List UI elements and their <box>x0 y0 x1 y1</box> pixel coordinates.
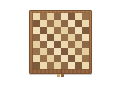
square-e4[interactable] <box>61 41 68 48</box>
square-g6[interactable] <box>75 27 82 34</box>
square-g8[interactable] <box>75 13 82 20</box>
square-g1[interactable] <box>75 62 82 69</box>
square-f2[interactable] <box>68 55 75 62</box>
square-h1[interactable] <box>82 62 89 69</box>
square-c1[interactable] <box>47 62 54 69</box>
square-h8[interactable] <box>82 13 89 20</box>
clasp-tab-right <box>61 74 64 77</box>
square-g5[interactable] <box>75 34 82 41</box>
square-b3[interactable] <box>40 48 47 55</box>
chessboard <box>29 10 92 74</box>
square-f4[interactable] <box>68 41 75 48</box>
square-b4[interactable] <box>40 41 47 48</box>
square-d5[interactable] <box>54 34 61 41</box>
square-e6[interactable] <box>61 27 68 34</box>
square-b2[interactable] <box>40 55 47 62</box>
square-a5[interactable] <box>33 34 40 41</box>
square-b1[interactable] <box>40 62 47 69</box>
square-d1[interactable] <box>54 62 61 69</box>
square-d2[interactable] <box>54 55 61 62</box>
square-d8[interactable] <box>54 13 61 20</box>
square-h3[interactable] <box>82 48 89 55</box>
square-g7[interactable] <box>75 20 82 27</box>
square-e5[interactable] <box>61 34 68 41</box>
square-g4[interactable] <box>75 41 82 48</box>
square-c7[interactable] <box>47 20 54 27</box>
square-a6[interactable] <box>33 27 40 34</box>
square-f6[interactable] <box>68 27 75 34</box>
square-c5[interactable] <box>47 34 54 41</box>
square-f7[interactable] <box>68 20 75 27</box>
square-b8[interactable] <box>40 13 47 20</box>
clasp-latch <box>57 74 64 77</box>
square-b6[interactable] <box>40 27 47 34</box>
square-f8[interactable] <box>68 13 75 20</box>
square-h7[interactable] <box>82 20 89 27</box>
square-f3[interactable] <box>68 48 75 55</box>
square-g2[interactable] <box>75 55 82 62</box>
background: { "game": "chess", "scene": "empty woode… <box>0 0 120 90</box>
square-h2[interactable] <box>82 55 89 62</box>
square-a3[interactable] <box>33 48 40 55</box>
square-a7[interactable] <box>33 20 40 27</box>
clasp-tab-left <box>57 74 60 77</box>
fold-seam <box>61 69 62 73</box>
square-h5[interactable] <box>82 34 89 41</box>
square-h4[interactable] <box>82 41 89 48</box>
square-e3[interactable] <box>61 48 68 55</box>
square-c3[interactable] <box>47 48 54 55</box>
square-f5[interactable] <box>68 34 75 41</box>
square-g3[interactable] <box>75 48 82 55</box>
square-c8[interactable] <box>47 13 54 20</box>
square-e8[interactable] <box>61 13 68 20</box>
square-c6[interactable] <box>47 27 54 34</box>
square-a4[interactable] <box>33 41 40 48</box>
square-e1[interactable] <box>61 62 68 69</box>
square-c4[interactable] <box>47 41 54 48</box>
square-c2[interactable] <box>47 55 54 62</box>
square-d7[interactable] <box>54 20 61 27</box>
square-a2[interactable] <box>33 55 40 62</box>
square-a1[interactable] <box>33 62 40 69</box>
square-e2[interactable] <box>61 55 68 62</box>
board-grid <box>33 13 89 69</box>
square-h6[interactable] <box>82 27 89 34</box>
square-b5[interactable] <box>40 34 47 41</box>
square-e7[interactable] <box>61 20 68 27</box>
square-a8[interactable] <box>33 13 40 20</box>
square-d3[interactable] <box>54 48 61 55</box>
square-d6[interactable] <box>54 27 61 34</box>
square-f1[interactable] <box>68 62 75 69</box>
square-b7[interactable] <box>40 20 47 27</box>
square-d4[interactable] <box>54 41 61 48</box>
